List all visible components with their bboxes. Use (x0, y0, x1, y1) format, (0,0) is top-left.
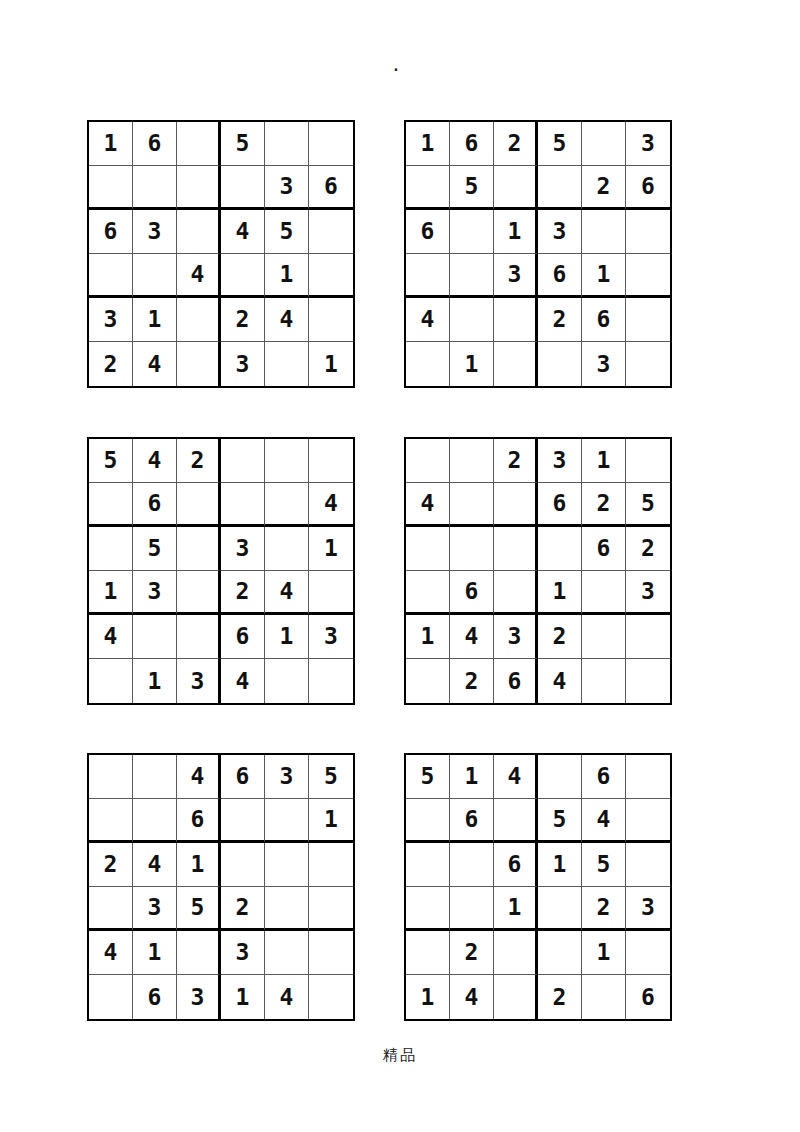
puzzle-2-cell-r2c2: 5 (450, 166, 494, 210)
puzzle-1-cell-r6c4: 3 (221, 342, 265, 386)
puzzle-4-cell-r3c4 (538, 527, 582, 571)
puzzle-5-cell-r3c2: 4 (133, 843, 177, 887)
puzzle-5-cell-r5c3 (177, 931, 221, 975)
puzzle-2-cell-r1c2: 6 (450, 122, 494, 166)
puzzle-1-cell-r6c6: 1 (309, 342, 353, 386)
puzzle-4-cell-r1c4: 3 (538, 439, 582, 483)
puzzle-3-cell-r3c5 (265, 527, 309, 571)
puzzle-1-cell-r2c5: 3 (265, 166, 309, 210)
puzzle-6-cell-r6c3 (494, 975, 538, 1019)
puzzle-2-cell-r2c1 (406, 166, 450, 210)
puzzle-3-cell-r3c2: 5 (133, 527, 177, 571)
puzzle-1-cell-r6c3 (177, 342, 221, 386)
puzzle-6-cell-r6c1: 1 (406, 975, 450, 1019)
puzzle-5-cell-r1c4: 6 (221, 755, 265, 799)
puzzle-3-cell-r2c2: 6 (133, 483, 177, 527)
puzzle-4-cell-r4c1 (406, 571, 450, 615)
top-period-mark: . (388, 58, 404, 74)
puzzle-6-cell-r4c2 (450, 887, 494, 931)
puzzle-5-cell-r5c1: 4 (89, 931, 133, 975)
puzzle-2-cell-r5c3 (494, 298, 538, 342)
puzzle-6-cell-r5c6 (626, 931, 670, 975)
puzzle-4-cell-r6c4: 4 (538, 659, 582, 703)
puzzle-4-cell-r5c6 (626, 615, 670, 659)
puzzle-3-cell-r5c6: 3 (309, 615, 353, 659)
puzzle-4-cell-r6c3: 6 (494, 659, 538, 703)
puzzle-6-cell-r3c5: 5 (582, 843, 626, 887)
puzzle-4-cell-r3c5: 6 (582, 527, 626, 571)
puzzle-5-cell-r5c4: 3 (221, 931, 265, 975)
puzzle-4-cell-r1c3: 2 (494, 439, 538, 483)
puzzle-1-cell-r5c2: 1 (133, 298, 177, 342)
puzzle-3-cell-r5c3 (177, 615, 221, 659)
puzzle-3-cell-r3c3 (177, 527, 221, 571)
puzzle-6-cell-r2c1 (406, 799, 450, 843)
puzzle-6-cell-r5c5: 1 (582, 931, 626, 975)
puzzle-5-cell-r5c2: 1 (133, 931, 177, 975)
puzzle-3-cell-r4c4: 2 (221, 571, 265, 615)
puzzle-2-cell-r5c1: 4 (406, 298, 450, 342)
puzzle-6-cell-r6c2: 4 (450, 975, 494, 1019)
puzzle-1-cell-r4c6 (309, 254, 353, 298)
puzzle-6-cell-r1c5: 6 (582, 755, 626, 799)
puzzle-2-cell-r4c6 (626, 254, 670, 298)
puzzle-2-cell-r6c4 (538, 342, 582, 386)
puzzle-2-cell-r6c5: 3 (582, 342, 626, 386)
puzzle-5-cell-r4c2: 3 (133, 887, 177, 931)
puzzle-5-cell-r1c5: 3 (265, 755, 309, 799)
puzzle-4-cell-r2c3 (494, 483, 538, 527)
puzzle-2-cell-r3c4: 3 (538, 210, 582, 254)
puzzle-2-cell-r1c3: 2 (494, 122, 538, 166)
puzzle-6-cell-r4c5: 2 (582, 887, 626, 931)
puzzle-6-cell-r6c4: 2 (538, 975, 582, 1019)
puzzle-4-cell-r3c2 (450, 527, 494, 571)
puzzle-1-cell-r2c3 (177, 166, 221, 210)
puzzle-1-cell-r1c1: 1 (89, 122, 133, 166)
puzzle-2-cell-r2c5: 2 (582, 166, 626, 210)
puzzle-1-cell-r5c4: 2 (221, 298, 265, 342)
footer-watermark: 精品 (0, 1046, 800, 1065)
worksheet-page: . 1653663454131242431 162535266133614261… (0, 0, 800, 1132)
puzzle-5-cell-r1c2 (133, 755, 177, 799)
puzzle-2-cell-r3c2 (450, 210, 494, 254)
puzzle-5-cell-r3c1: 2 (89, 843, 133, 887)
puzzle-2-cell-r5c2 (450, 298, 494, 342)
puzzle-5-cell-r5c5 (265, 931, 309, 975)
puzzle-1-cell-r3c6 (309, 210, 353, 254)
puzzle-2-cell-r6c2: 1 (450, 342, 494, 386)
puzzle-3-cell-r3c6: 1 (309, 527, 353, 571)
puzzle-6-cell-r3c2 (450, 843, 494, 887)
puzzle-6-cell-r3c3: 6 (494, 843, 538, 887)
puzzle-3-cell-r3c4: 3 (221, 527, 265, 571)
puzzle-3-cell-r1c1: 5 (89, 439, 133, 483)
puzzle-5-cell-r4c4: 2 (221, 887, 265, 931)
puzzle-5-cell-r2c1 (89, 799, 133, 843)
puzzle-2-cell-r4c2 (450, 254, 494, 298)
puzzle-6-cell-r1c2: 1 (450, 755, 494, 799)
puzzle-4-cell-r3c3 (494, 527, 538, 571)
puzzle-4-cell-r6c5 (582, 659, 626, 703)
puzzle-3-cell-r4c6 (309, 571, 353, 615)
puzzle-4-cell-r1c5: 1 (582, 439, 626, 483)
puzzle-5-cell-r2c6: 1 (309, 799, 353, 843)
puzzle-6-cell-r6c6: 6 (626, 975, 670, 1019)
puzzle-1-cell-r3c5: 5 (265, 210, 309, 254)
puzzle-6-cell-r5c4 (538, 931, 582, 975)
puzzle-6-cell-r2c2: 6 (450, 799, 494, 843)
puzzle-6-cell-r3c6 (626, 843, 670, 887)
puzzle-4-cell-r5c2: 4 (450, 615, 494, 659)
puzzle-1-cell-r5c3 (177, 298, 221, 342)
puzzle-2-cell-r4c3: 3 (494, 254, 538, 298)
puzzle-6-cell-r2c3 (494, 799, 538, 843)
sudoku-grid-3: 5426453113244613134 (87, 437, 355, 705)
puzzle-1-cell-r5c6 (309, 298, 353, 342)
puzzle-1-cell-r3c1: 6 (89, 210, 133, 254)
puzzle-1-cell-r1c2: 6 (133, 122, 177, 166)
puzzle-3-cell-r6c2: 1 (133, 659, 177, 703)
puzzle-3-cell-r4c5: 4 (265, 571, 309, 615)
puzzle-6-cell-r4c3: 1 (494, 887, 538, 931)
puzzle-3-cell-r2c4 (221, 483, 265, 527)
puzzle-2-cell-r6c6 (626, 342, 670, 386)
puzzle-6-cell-r1c4 (538, 755, 582, 799)
puzzle-4-cell-r2c2 (450, 483, 494, 527)
puzzle-2-cell-r3c5 (582, 210, 626, 254)
puzzle-3-cell-r5c5: 1 (265, 615, 309, 659)
puzzle-5-cell-r5c6 (309, 931, 353, 975)
puzzle-6-cell-r4c1 (406, 887, 450, 931)
puzzle-1-cell-r2c2 (133, 166, 177, 210)
puzzle-2-cell-r3c3: 1 (494, 210, 538, 254)
puzzle-4-cell-r2c4: 6 (538, 483, 582, 527)
puzzle-4-cell-r6c1 (406, 659, 450, 703)
puzzle-6-cell-r3c1 (406, 843, 450, 887)
puzzle-5-cell-r3c6 (309, 843, 353, 887)
puzzle-6-cell-r2c4: 5 (538, 799, 582, 843)
puzzle-3-cell-r5c1: 4 (89, 615, 133, 659)
puzzle-5-cell-r4c1 (89, 887, 133, 931)
puzzle-4-cell-r6c6 (626, 659, 670, 703)
puzzle-3-cell-r1c4 (221, 439, 265, 483)
puzzle-6-cell-r4c4 (538, 887, 582, 931)
puzzle-2-cell-r1c4: 5 (538, 122, 582, 166)
puzzle-2-cell-r1c1: 1 (406, 122, 450, 166)
puzzle-6-cell-r1c1: 5 (406, 755, 450, 799)
puzzle-1-cell-r6c2: 4 (133, 342, 177, 386)
sudoku-grid-4: 2314625626131432264 (404, 437, 672, 705)
puzzle-1-cell-r2c4 (221, 166, 265, 210)
puzzle-1-cell-r5c5: 4 (265, 298, 309, 342)
puzzle-2-cell-r4c5: 1 (582, 254, 626, 298)
puzzle-6-cell-r2c5: 4 (582, 799, 626, 843)
puzzle-4-cell-r1c6 (626, 439, 670, 483)
puzzle-5-cell-r1c6: 5 (309, 755, 353, 799)
puzzle-1-cell-r1c6 (309, 122, 353, 166)
puzzle-1-cell-r4c4 (221, 254, 265, 298)
puzzle-1-cell-r3c2: 3 (133, 210, 177, 254)
puzzle-3-cell-r1c3: 2 (177, 439, 221, 483)
puzzle-1-cell-r4c5: 1 (265, 254, 309, 298)
puzzle-1-cell-r4c3: 4 (177, 254, 221, 298)
puzzle-1-cell-r3c4: 4 (221, 210, 265, 254)
puzzle-6-cell-r5c2: 2 (450, 931, 494, 975)
puzzle-3-cell-r6c1 (89, 659, 133, 703)
puzzle-5-cell-r6c1 (89, 975, 133, 1019)
puzzle-4-cell-r2c5: 2 (582, 483, 626, 527)
puzzle-1-cell-r3c3 (177, 210, 221, 254)
puzzle-1-cell-r1c4: 5 (221, 122, 265, 166)
puzzle-3-cell-r1c2: 4 (133, 439, 177, 483)
puzzle-4-cell-r3c6: 2 (626, 527, 670, 571)
puzzle-3-cell-r4c2: 3 (133, 571, 177, 615)
puzzle-6-cell-r3c4: 1 (538, 843, 582, 887)
puzzle-5-cell-r6c5: 4 (265, 975, 309, 1019)
puzzle-6-cell-r1c6 (626, 755, 670, 799)
puzzle-3-cell-r2c6: 4 (309, 483, 353, 527)
puzzle-4-cell-r5c5 (582, 615, 626, 659)
puzzle-5-cell-r2c5 (265, 799, 309, 843)
puzzle-3-cell-r2c5 (265, 483, 309, 527)
puzzle-3-cell-r2c3 (177, 483, 221, 527)
puzzle-2-cell-r2c4 (538, 166, 582, 210)
sudoku-grid-6: 5146654615123211426 (404, 753, 672, 1021)
puzzle-2-cell-r1c6: 3 (626, 122, 670, 166)
puzzle-3-cell-r3c1 (89, 527, 133, 571)
puzzle-3-cell-r4c1: 1 (89, 571, 133, 615)
puzzle-1-cell-r4c2 (133, 254, 177, 298)
puzzle-6-cell-r2c6 (626, 799, 670, 843)
puzzle-5-cell-r4c5 (265, 887, 309, 931)
puzzle-5-cell-r2c2 (133, 799, 177, 843)
puzzle-1-cell-r1c5 (265, 122, 309, 166)
puzzle-4-cell-r3c1 (406, 527, 450, 571)
puzzle-4-cell-r4c5 (582, 571, 626, 615)
puzzle-4-cell-r5c3: 3 (494, 615, 538, 659)
puzzle-5-cell-r6c4: 1 (221, 975, 265, 1019)
sudoku-grid-2: 1625352661336142613 (404, 120, 672, 388)
puzzle-5-cell-r4c6 (309, 887, 353, 931)
puzzle-4-cell-r2c1: 4 (406, 483, 450, 527)
puzzle-4-cell-r1c2 (450, 439, 494, 483)
puzzle-3-cell-r4c3 (177, 571, 221, 615)
puzzle-3-cell-r6c4: 4 (221, 659, 265, 703)
puzzle-5-cell-r3c4 (221, 843, 265, 887)
puzzle-2-cell-r3c6 (626, 210, 670, 254)
puzzle-5-cell-r1c3: 4 (177, 755, 221, 799)
puzzle-6-cell-r4c6: 3 (626, 887, 670, 931)
puzzle-5-cell-r6c2: 6 (133, 975, 177, 1019)
puzzle-5-cell-r6c6 (309, 975, 353, 1019)
puzzle-5-cell-r3c5 (265, 843, 309, 887)
puzzle-3-cell-r5c4: 6 (221, 615, 265, 659)
puzzle-3-cell-r6c3: 3 (177, 659, 221, 703)
puzzle-3-cell-r1c6 (309, 439, 353, 483)
puzzle-6-cell-r5c3 (494, 931, 538, 975)
sudoku-grid-1: 1653663454131242431 (87, 120, 355, 388)
puzzle-1-cell-r2c6: 6 (309, 166, 353, 210)
puzzle-2-cell-r6c1 (406, 342, 450, 386)
puzzle-4-cell-r4c6: 3 (626, 571, 670, 615)
puzzle-5-cell-r6c3: 3 (177, 975, 221, 1019)
puzzle-4-cell-r4c2: 6 (450, 571, 494, 615)
puzzle-2-cell-r6c3 (494, 342, 538, 386)
puzzle-6-cell-r5c1 (406, 931, 450, 975)
puzzle-2-cell-r5c4: 2 (538, 298, 582, 342)
puzzle-3-cell-r2c1 (89, 483, 133, 527)
puzzle-2-cell-r2c6: 6 (626, 166, 670, 210)
puzzle-4-cell-r4c3 (494, 571, 538, 615)
puzzle-6-cell-r1c3: 4 (494, 755, 538, 799)
puzzle-1-cell-r4c1 (89, 254, 133, 298)
puzzle-2-cell-r1c5 (582, 122, 626, 166)
puzzle-2-cell-r3c1: 6 (406, 210, 450, 254)
puzzle-5-cell-r1c1 (89, 755, 133, 799)
puzzle-1-cell-r1c3 (177, 122, 221, 166)
puzzle-4-cell-r5c1: 1 (406, 615, 450, 659)
puzzle-2-cell-r4c4: 6 (538, 254, 582, 298)
puzzle-1-cell-r6c5 (265, 342, 309, 386)
puzzle-5-cell-r3c3: 1 (177, 843, 221, 887)
puzzle-1-cell-r2c1 (89, 166, 133, 210)
puzzle-4-cell-r5c4: 2 (538, 615, 582, 659)
puzzle-2-cell-r5c5: 6 (582, 298, 626, 342)
puzzle-5-cell-r2c3: 6 (177, 799, 221, 843)
puzzle-4-cell-r6c2: 2 (450, 659, 494, 703)
puzzle-4-cell-r4c4: 1 (538, 571, 582, 615)
puzzle-1-cell-r6c1: 2 (89, 342, 133, 386)
puzzle-5-cell-r4c3: 5 (177, 887, 221, 931)
puzzle-3-cell-r1c5 (265, 439, 309, 483)
sudoku-grid-5: 4635612413524136314 (87, 753, 355, 1021)
puzzle-4-cell-r2c6: 5 (626, 483, 670, 527)
puzzle-6-cell-r6c5 (582, 975, 626, 1019)
puzzle-2-cell-r5c6 (626, 298, 670, 342)
puzzle-1-cell-r5c1: 3 (89, 298, 133, 342)
puzzle-2-cell-r2c3 (494, 166, 538, 210)
puzzle-2-cell-r4c1 (406, 254, 450, 298)
puzzle-3-cell-r5c2 (133, 615, 177, 659)
puzzle-4-cell-r1c1 (406, 439, 450, 483)
puzzle-3-cell-r6c6 (309, 659, 353, 703)
puzzle-5-cell-r2c4 (221, 799, 265, 843)
puzzle-3-cell-r6c5 (265, 659, 309, 703)
